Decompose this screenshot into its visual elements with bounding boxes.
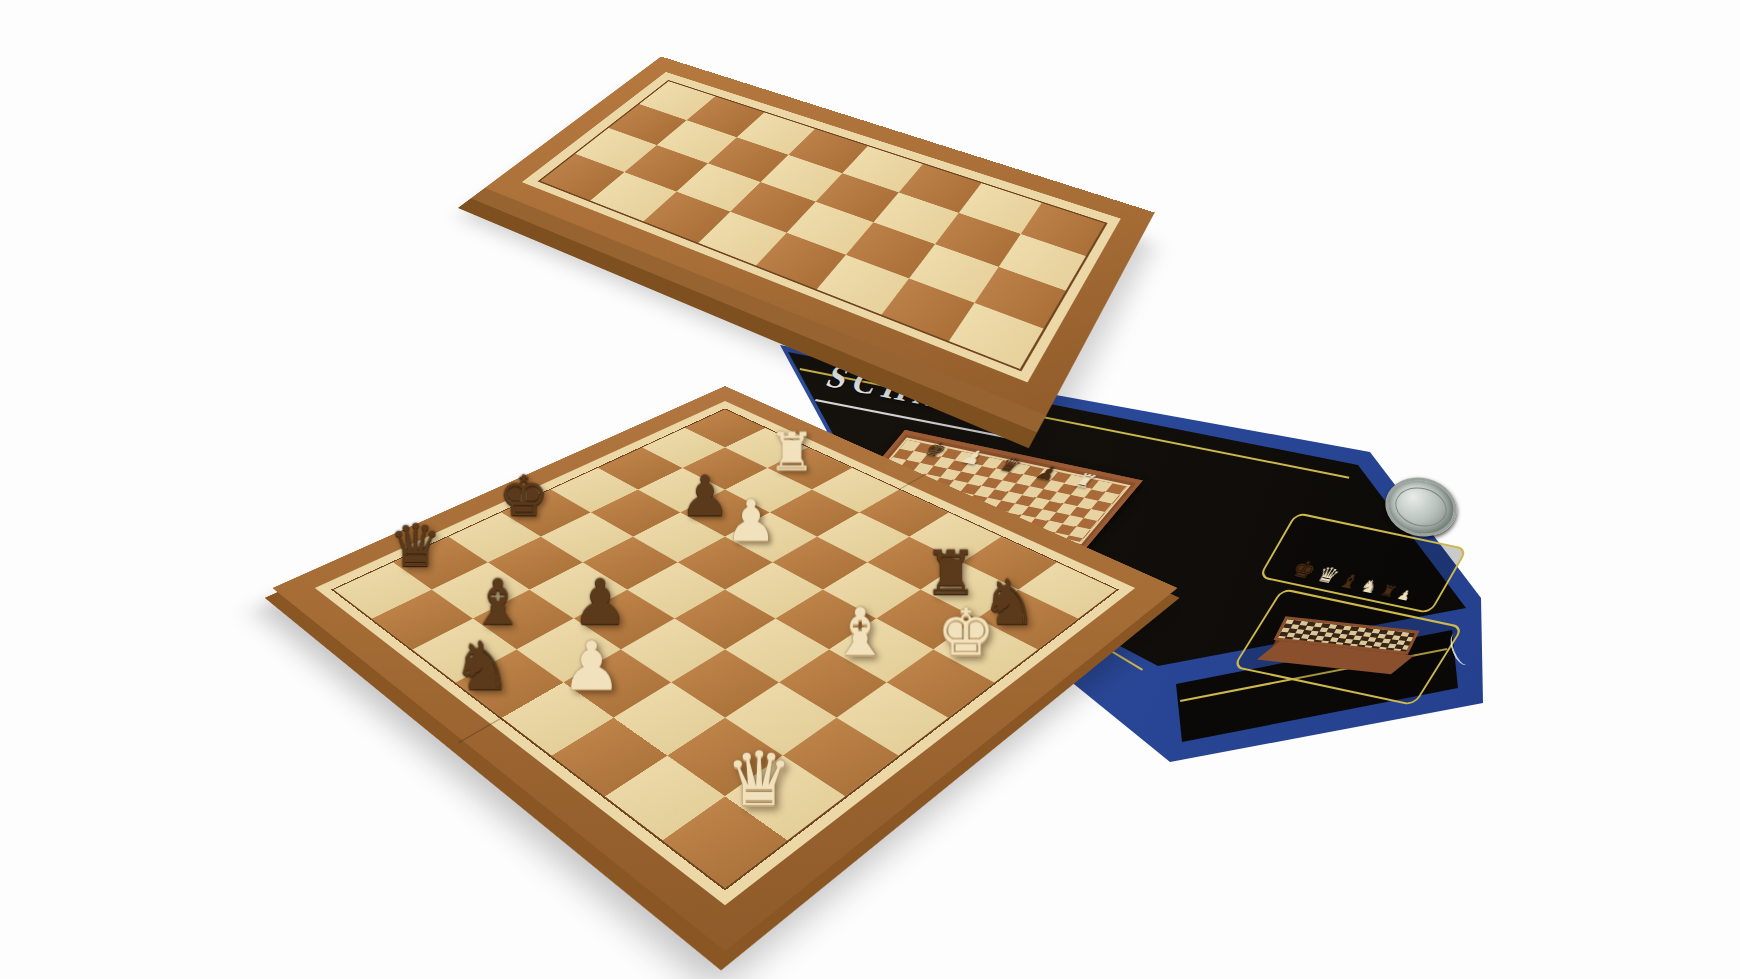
white-king: ♚ — [929, 602, 1004, 664]
dark-knight: ♞ — [443, 634, 520, 698]
white-pawn: ♟ — [718, 493, 784, 547]
folded-board-grid — [538, 80, 1108, 371]
dark-queen: ♛ — [381, 518, 449, 574]
white-pawn: ♟ — [553, 634, 630, 698]
product-photo-scene: { "game": "chess", "position": { "fen": … — [0, 0, 1740, 979]
dark-king: ♚ — [492, 470, 556, 523]
board-square: ♞ — [456, 649, 564, 717]
white-queen: ♛ — [716, 744, 802, 815]
dark-bishop: ♝ — [462, 572, 534, 632]
white-bishop: ♝ — [823, 602, 898, 664]
half-open-board-photo — [1274, 616, 1420, 655]
folded-board-border — [522, 72, 1121, 382]
dark-pawn: ♟ — [564, 572, 636, 632]
lineup-white-pawn: ♟ — [1395, 589, 1414, 603]
white-rook: ♜ — [761, 427, 822, 477]
